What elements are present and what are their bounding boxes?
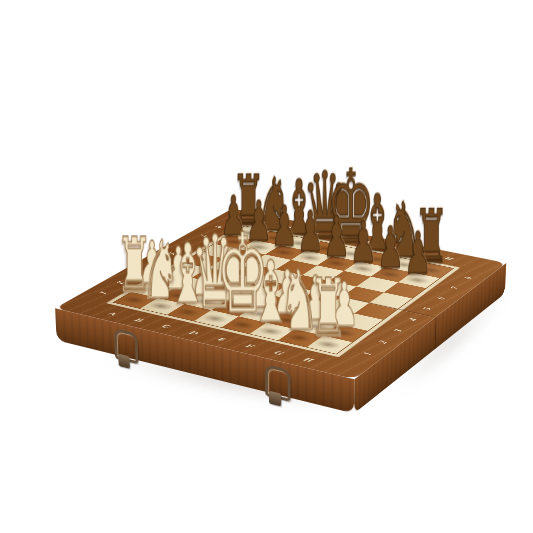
product-photo: AABBCCDDEEFFGGHH1122334455667788 ♜♞♝♛♚♝♞… bbox=[0, 0, 533, 533]
clasp-loop-icon bbox=[114, 328, 138, 364]
chess-board: AABBCCDDEEFFGGHH1122334455667788 ♜♞♝♛♚♝♞… bbox=[55, 209, 506, 380]
metal-clasp-left bbox=[114, 328, 134, 371]
fold-seam-edge bbox=[435, 316, 437, 349]
white-rook-glyph: ♜ bbox=[309, 270, 348, 346]
clasp-loop-icon bbox=[265, 364, 290, 402]
metal-clasp-right bbox=[265, 364, 286, 409]
piece-white-rook: ♜ bbox=[303, 242, 354, 346]
clasp-catch-icon bbox=[269, 391, 281, 407]
clasp-catch-icon bbox=[118, 354, 130, 369]
